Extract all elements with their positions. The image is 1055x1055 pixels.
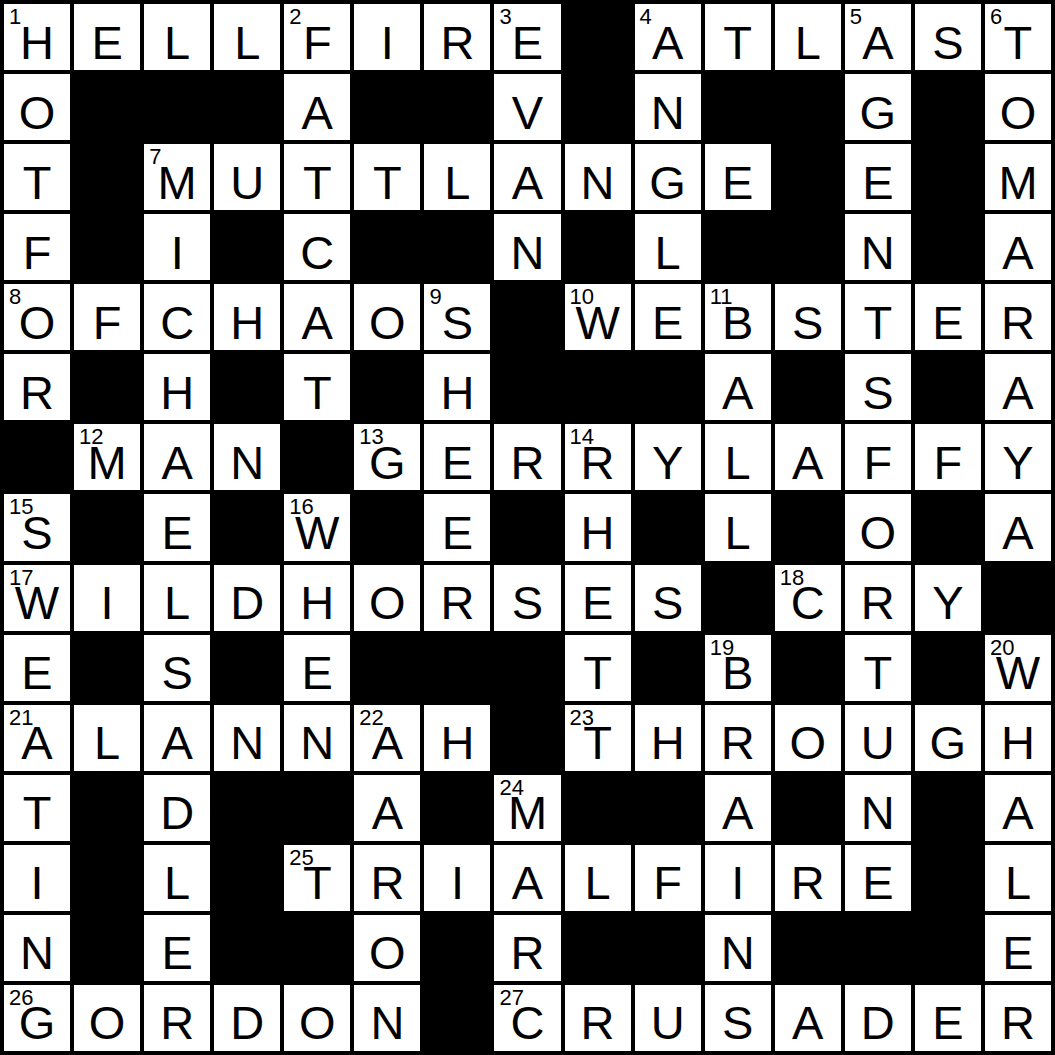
- cell-letter: O: [775, 705, 841, 771]
- block-r14c5: [282, 913, 352, 983]
- cell-r4c5[interactable]: C: [282, 212, 352, 282]
- block-r6c2: [72, 352, 142, 422]
- cell-r11c1[interactable]: 21A: [2, 703, 72, 773]
- cell-r7c11[interactable]: L: [703, 422, 773, 492]
- block-r1c9: [563, 2, 633, 72]
- block-r2c11: [703, 72, 773, 142]
- cell-r15c13[interactable]: D: [843, 983, 913, 1053]
- cell-r11c14[interactable]: G: [913, 703, 983, 773]
- cell-letter: I: [705, 845, 771, 911]
- block-r13c4: [212, 843, 282, 913]
- cell-r12c8[interactable]: 24M: [492, 773, 562, 843]
- block-r13c14: [913, 843, 983, 913]
- cell-r9c10[interactable]: S: [633, 563, 703, 633]
- cell-r15c1[interactable]: 26G: [2, 983, 72, 1053]
- cell-letter: H: [424, 705, 490, 771]
- cell-letter: H: [144, 354, 210, 420]
- block-r14c9: [563, 913, 633, 983]
- cell-r3c10[interactable]: G: [633, 142, 703, 212]
- cell-r5c14[interactable]: E: [913, 282, 983, 352]
- cell-letter: W: [284, 494, 350, 560]
- block-r12c12: [773, 773, 843, 843]
- cell-r5c15[interactable]: R: [983, 282, 1053, 352]
- block-r4c7: [422, 212, 492, 282]
- cell-letter: A: [775, 985, 841, 1051]
- block-r8c2: [72, 492, 142, 562]
- cell-r4c13[interactable]: N: [843, 212, 913, 282]
- cell-r10c9[interactable]: T: [563, 633, 633, 703]
- block-r4c6: [352, 212, 422, 282]
- cell-r11c3[interactable]: A: [142, 703, 212, 773]
- cell-r13c3[interactable]: L: [142, 843, 212, 913]
- cell-letter: N: [284, 705, 350, 771]
- cell-r3c3[interactable]: 7M: [142, 142, 212, 212]
- cell-r6c11[interactable]: A: [703, 352, 773, 422]
- cell-letter: Y: [915, 565, 981, 631]
- block-r10c10: [633, 633, 703, 703]
- cell-r10c5[interactable]: E: [282, 633, 352, 703]
- cell-r9c14[interactable]: Y: [913, 563, 983, 633]
- cell-letter: L: [565, 845, 631, 911]
- cell-r3c6[interactable]: T: [352, 142, 422, 212]
- cell-r9c2[interactable]: I: [72, 563, 142, 633]
- block-r14c14: [913, 913, 983, 983]
- cell-letter: N: [494, 214, 560, 280]
- block-r4c9: [563, 212, 633, 282]
- cell-letter: O: [845, 494, 911, 560]
- cell-r8c9[interactable]: H: [563, 492, 633, 562]
- cell-letter: S: [144, 635, 210, 701]
- cell-r1c10[interactable]: 4A: [633, 2, 703, 72]
- cell-letter: L: [985, 845, 1051, 911]
- cell-r9c3[interactable]: L: [142, 563, 212, 633]
- cell-letter: A: [4, 705, 70, 771]
- block-r6c6: [352, 352, 422, 422]
- cell-letter: N: [214, 705, 280, 771]
- block-r12c2: [72, 773, 142, 843]
- cell-r14c8[interactable]: R: [492, 913, 562, 983]
- cell-letter: R: [565, 424, 631, 490]
- block-r2c2: [72, 72, 142, 142]
- cell-r10c3[interactable]: S: [142, 633, 212, 703]
- cell-letter: A: [354, 775, 420, 841]
- block-r10c14: [913, 633, 983, 703]
- cell-r13c9[interactable]: L: [563, 843, 633, 913]
- cell-r15c3[interactable]: R: [142, 983, 212, 1053]
- cell-letter: B: [705, 635, 771, 701]
- cell-r7c13[interactable]: F: [843, 422, 913, 492]
- cell-r8c5[interactable]: 16W: [282, 492, 352, 562]
- cell-r1c14[interactable]: S: [913, 2, 983, 72]
- cell-r14c6[interactable]: O: [352, 913, 422, 983]
- cell-r8c7[interactable]: E: [422, 492, 492, 562]
- cell-r11c5[interactable]: N: [282, 703, 352, 773]
- cell-letter: N: [354, 985, 420, 1051]
- cell-letter: I: [4, 845, 70, 911]
- cell-letter: M: [144, 144, 210, 210]
- cell-letter: E: [635, 284, 701, 350]
- cell-r1c6[interactable]: I: [352, 2, 422, 72]
- cell-r5c9[interactable]: 10W: [563, 282, 633, 352]
- block-r6c8: [492, 352, 562, 422]
- cell-r15c15[interactable]: R: [983, 983, 1053, 1053]
- cell-letter: O: [4, 74, 70, 140]
- cell-letter: R: [494, 424, 560, 490]
- cell-r10c15[interactable]: 20W: [983, 633, 1053, 703]
- block-r11c8: [492, 703, 562, 773]
- cell-letter: T: [284, 144, 350, 210]
- cell-r11c10[interactable]: H: [633, 703, 703, 773]
- cell-letter: H: [4, 4, 70, 70]
- cell-r1c4[interactable]: L: [212, 2, 282, 72]
- cell-r5c12[interactable]: S: [773, 282, 843, 352]
- cell-letter: C: [144, 284, 210, 350]
- cell-letter: D: [845, 985, 911, 1051]
- cell-r13c12[interactable]: R: [773, 843, 843, 913]
- cell-r9c6[interactable]: O: [352, 563, 422, 633]
- cell-r7c12[interactable]: A: [773, 422, 843, 492]
- cell-letter: A: [985, 494, 1051, 560]
- cell-letter: V: [494, 74, 560, 140]
- cell-letter: M: [74, 424, 140, 490]
- block-r4c11: [703, 212, 773, 282]
- block-r8c4: [212, 492, 282, 562]
- cell-r9c7[interactable]: R: [422, 563, 492, 633]
- cell-r13c1[interactable]: I: [2, 843, 72, 913]
- cell-letter: N: [845, 775, 911, 841]
- cell-r10c11[interactable]: 19B: [703, 633, 773, 703]
- cell-letter: L: [144, 4, 210, 70]
- block-r15c7: [422, 983, 492, 1053]
- cell-letter: E: [985, 915, 1051, 981]
- cell-letter: F: [915, 424, 981, 490]
- cell-letter: H: [284, 565, 350, 631]
- cell-letter: E: [915, 284, 981, 350]
- cell-r3c4[interactable]: U: [212, 142, 282, 212]
- cell-r4c8[interactable]: N: [492, 212, 562, 282]
- cell-r3c1[interactable]: T: [2, 142, 72, 212]
- cell-r15c4[interactable]: D: [212, 983, 282, 1053]
- cell-r7c8[interactable]: R: [492, 422, 562, 492]
- cell-r11c9[interactable]: 23T: [563, 703, 633, 773]
- cell-r13c6[interactable]: R: [352, 843, 422, 913]
- cell-letter: F: [635, 845, 701, 911]
- block-r10c4: [212, 633, 282, 703]
- cell-letter: G: [845, 74, 911, 140]
- cell-letter: E: [144, 494, 210, 560]
- cell-letter: W: [985, 635, 1051, 701]
- cell-r4c3[interactable]: I: [142, 212, 212, 282]
- cell-letter: N: [4, 915, 70, 981]
- cell-letter: H: [565, 494, 631, 560]
- cell-letter: C: [775, 565, 841, 631]
- cell-r12c13[interactable]: N: [843, 773, 913, 843]
- block-r14c7: [422, 913, 492, 983]
- block-r2c12: [773, 72, 843, 142]
- block-r12c14: [913, 773, 983, 843]
- cell-r3c9[interactable]: N: [563, 142, 633, 212]
- cell-r8c13[interactable]: O: [843, 492, 913, 562]
- cell-r5c11[interactable]: 11B: [703, 282, 773, 352]
- cell-r6c15[interactable]: A: [983, 352, 1053, 422]
- cell-r12c15[interactable]: A: [983, 773, 1053, 843]
- block-r8c14: [913, 492, 983, 562]
- cell-letter: A: [284, 74, 350, 140]
- cell-letter: H: [424, 354, 490, 420]
- cell-r4c10[interactable]: L: [633, 212, 703, 282]
- block-r14c12: [773, 913, 843, 983]
- cell-r14c11[interactable]: N: [703, 913, 773, 983]
- block-r3c14: [913, 142, 983, 212]
- cell-letter: D: [144, 775, 210, 841]
- block-r13c2: [72, 843, 142, 913]
- cell-letter: O: [284, 985, 350, 1051]
- cell-r14c1[interactable]: N: [2, 913, 72, 983]
- cell-r12c6[interactable]: A: [352, 773, 422, 843]
- cell-r13c10[interactable]: F: [633, 843, 703, 913]
- cell-r3c5[interactable]: T: [282, 142, 352, 212]
- cell-r13c15[interactable]: L: [983, 843, 1053, 913]
- cell-r8c15[interactable]: A: [983, 492, 1053, 562]
- block-r3c12: [773, 142, 843, 212]
- cell-r7c2[interactable]: 12M: [72, 422, 142, 492]
- cell-letter: E: [705, 144, 771, 210]
- cell-letter: I: [354, 4, 420, 70]
- cell-r1c11[interactable]: T: [703, 2, 773, 72]
- cell-r9c8[interactable]: S: [492, 563, 562, 633]
- cell-r5c4[interactable]: H: [212, 282, 282, 352]
- cell-r2c8[interactable]: V: [492, 72, 562, 142]
- cell-r10c13[interactable]: T: [843, 633, 913, 703]
- cell-r7c3[interactable]: A: [142, 422, 212, 492]
- cell-r11c13[interactable]: U: [843, 703, 913, 773]
- cell-r1c8[interactable]: 3E: [492, 2, 562, 72]
- cell-r15c2[interactable]: O: [72, 983, 142, 1053]
- cell-letter: E: [845, 144, 911, 210]
- cell-r15c14[interactable]: E: [913, 983, 983, 1053]
- block-r12c5: [282, 773, 352, 843]
- cell-r11c2[interactable]: L: [72, 703, 142, 773]
- cell-letter: S: [4, 494, 70, 560]
- cell-letter: L: [705, 424, 771, 490]
- cell-letter: B: [705, 284, 771, 350]
- cell-letter: R: [845, 565, 911, 631]
- cell-r5c6[interactable]: O: [352, 282, 422, 352]
- cell-letter: G: [354, 424, 420, 490]
- cell-r2c5[interactable]: A: [282, 72, 352, 142]
- cell-letter: O: [4, 284, 70, 350]
- cell-letter: T: [4, 144, 70, 210]
- cell-r5c7[interactable]: 9S: [422, 282, 492, 352]
- cell-r15c10[interactable]: U: [633, 983, 703, 1053]
- cell-r2c15[interactable]: O: [983, 72, 1053, 142]
- block-r6c9: [563, 352, 633, 422]
- cell-letter: W: [4, 565, 70, 631]
- cell-r3c7[interactable]: L: [422, 142, 492, 212]
- cell-letter: U: [635, 985, 701, 1051]
- cell-letter: O: [985, 74, 1051, 140]
- block-r2c14: [913, 72, 983, 142]
- cell-r9c4[interactable]: D: [212, 563, 282, 633]
- cell-r11c7[interactable]: H: [422, 703, 492, 773]
- cell-letter: E: [494, 4, 560, 70]
- cell-r1c1[interactable]: 1H: [2, 2, 72, 72]
- cell-r2c1[interactable]: O: [2, 72, 72, 142]
- cell-letter: A: [494, 144, 560, 210]
- cell-r11c4[interactable]: N: [212, 703, 282, 773]
- cell-r2c10[interactable]: N: [633, 72, 703, 142]
- cell-r7c9[interactable]: 14R: [563, 422, 633, 492]
- cell-r13c8[interactable]: A: [492, 843, 562, 913]
- cell-r6c5[interactable]: T: [282, 352, 352, 422]
- cell-r4c15[interactable]: A: [983, 212, 1053, 282]
- cell-letter: A: [985, 214, 1051, 280]
- cell-r13c13[interactable]: E: [843, 843, 913, 913]
- cell-r15c8[interactable]: 27C: [492, 983, 562, 1053]
- cell-r1c13[interactable]: 5A: [843, 2, 913, 72]
- cell-r5c10[interactable]: E: [633, 282, 703, 352]
- cell-r12c11[interactable]: A: [703, 773, 773, 843]
- cell-letter: H: [214, 284, 280, 350]
- block-r12c4: [212, 773, 282, 843]
- cell-r8c11[interactable]: L: [703, 492, 773, 562]
- cell-letter: S: [705, 985, 771, 1051]
- cell-r15c12[interactable]: A: [773, 983, 843, 1053]
- block-r2c6: [352, 72, 422, 142]
- cell-r6c7[interactable]: H: [422, 352, 492, 422]
- cell-r9c5[interactable]: H: [282, 563, 352, 633]
- cell-r7c10[interactable]: Y: [633, 422, 703, 492]
- cell-letter: I: [144, 214, 210, 280]
- cell-letter: A: [705, 775, 771, 841]
- cell-r5c5[interactable]: A: [282, 282, 352, 352]
- cell-r9c1[interactable]: 17W: [2, 563, 72, 633]
- cell-r4c1[interactable]: F: [2, 212, 72, 282]
- cell-letter: S: [424, 284, 490, 350]
- cell-letter: T: [565, 635, 631, 701]
- cell-r15c11[interactable]: S: [703, 983, 773, 1053]
- cell-r1c3[interactable]: L: [142, 2, 212, 72]
- cell-letter: R: [494, 915, 560, 981]
- cell-r6c1[interactable]: R: [2, 352, 72, 422]
- cell-r14c3[interactable]: E: [142, 913, 212, 983]
- cell-r5c3[interactable]: C: [142, 282, 212, 352]
- cell-r7c15[interactable]: Y: [983, 422, 1053, 492]
- block-r14c4: [212, 913, 282, 983]
- cell-r13c11[interactable]: I: [703, 843, 773, 913]
- cell-r11c12[interactable]: O: [773, 703, 843, 773]
- cell-letter: T: [705, 4, 771, 70]
- cell-r8c3[interactable]: E: [142, 492, 212, 562]
- cell-r15c6[interactable]: N: [352, 983, 422, 1053]
- cell-letter: A: [985, 775, 1051, 841]
- block-r10c6: [352, 633, 422, 703]
- cell-letter: R: [144, 985, 210, 1051]
- cell-r7c14[interactable]: F: [913, 422, 983, 492]
- cell-r7c4[interactable]: N: [212, 422, 282, 492]
- cell-r15c5[interactable]: O: [282, 983, 352, 1053]
- block-r10c2: [72, 633, 142, 703]
- block-r10c8: [492, 633, 562, 703]
- cell-r12c1[interactable]: T: [2, 773, 72, 843]
- block-r8c6: [352, 492, 422, 562]
- cell-letter: F: [845, 424, 911, 490]
- cell-r1c12[interactable]: L: [773, 2, 843, 72]
- cell-r8c1[interactable]: 15S: [2, 492, 72, 562]
- crossword-board: 1HELL2FIR3E4ATL5AS6TOAVNGOT7MUTTLANGEEMF…: [0, 0, 1055, 1055]
- cell-letter: S: [494, 565, 560, 631]
- cell-r5c1[interactable]: 8O: [2, 282, 72, 352]
- cell-letter: O: [354, 284, 420, 350]
- block-r2c9: [563, 72, 633, 142]
- cell-letter: T: [985, 4, 1051, 70]
- cell-letter: R: [565, 985, 631, 1051]
- cell-r9c12[interactable]: 18C: [773, 563, 843, 633]
- cell-r5c2[interactable]: F: [72, 282, 142, 352]
- cell-r7c6[interactable]: 13G: [352, 422, 422, 492]
- cell-r7c7[interactable]: E: [422, 422, 492, 492]
- cell-r6c13[interactable]: S: [843, 352, 913, 422]
- block-r12c9: [563, 773, 633, 843]
- cell-r13c7[interactable]: I: [422, 843, 492, 913]
- cell-r5c13[interactable]: T: [843, 282, 913, 352]
- cell-letter: I: [424, 845, 490, 911]
- cell-letter: F: [284, 4, 350, 70]
- cell-letter: E: [424, 424, 490, 490]
- cell-letter: E: [424, 494, 490, 560]
- cell-r10c1[interactable]: E: [2, 633, 72, 703]
- cell-letter: A: [775, 424, 841, 490]
- cell-r3c8[interactable]: A: [492, 142, 562, 212]
- cell-r9c9[interactable]: E: [563, 563, 633, 633]
- block-r10c7: [422, 633, 492, 703]
- cell-r11c15[interactable]: H: [983, 703, 1053, 773]
- cell-letter: E: [74, 4, 140, 70]
- cell-r2c13[interactable]: G: [843, 72, 913, 142]
- cell-r1c2[interactable]: E: [72, 2, 142, 72]
- cell-letter: Y: [985, 424, 1051, 490]
- cell-letter: W: [565, 284, 631, 350]
- cell-letter: E: [4, 635, 70, 701]
- cell-letter: A: [144, 705, 210, 771]
- cell-r1c7[interactable]: R: [422, 2, 492, 72]
- cell-letter: N: [565, 144, 631, 210]
- cell-r14c15[interactable]: E: [983, 913, 1053, 983]
- block-r9c11: [703, 563, 773, 633]
- cell-letter: R: [424, 4, 490, 70]
- cell-r3c11[interactable]: E: [703, 142, 773, 212]
- cell-letter: R: [705, 705, 771, 771]
- cell-r9c13[interactable]: R: [843, 563, 913, 633]
- cell-letter: O: [354, 915, 420, 981]
- cell-letter: I: [74, 565, 140, 631]
- cell-r13c5[interactable]: 25T: [282, 843, 352, 913]
- cell-r15c9[interactable]: R: [563, 983, 633, 1053]
- cell-r11c11[interactable]: R: [703, 703, 773, 773]
- cell-r3c13[interactable]: E: [843, 142, 913, 212]
- cell-r11c6[interactable]: 22A: [352, 703, 422, 773]
- cell-r1c5[interactable]: 2F: [282, 2, 352, 72]
- block-r4c12: [773, 212, 843, 282]
- cell-r1c15[interactable]: 6T: [983, 2, 1053, 72]
- cell-r12c3[interactable]: D: [142, 773, 212, 843]
- cell-letter: T: [845, 284, 911, 350]
- block-r8c8: [492, 492, 562, 562]
- cell-r3c15[interactable]: M: [983, 142, 1053, 212]
- cell-r6c3[interactable]: H: [142, 352, 212, 422]
- cell-letter: H: [635, 705, 701, 771]
- cell-letter: E: [565, 565, 631, 631]
